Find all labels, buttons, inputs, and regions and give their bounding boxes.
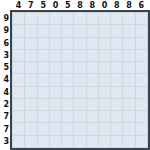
cell-r9-c1[interactable] (13, 111, 24, 122)
cell-r1-c8[interactable] (99, 13, 110, 24)
cell-r6-c9[interactable] (111, 74, 122, 85)
col-clue-8: 0 (99, 0, 110, 10)
cell-r7-c10[interactable] (123, 87, 134, 98)
cell-r10-c3[interactable] (38, 123, 49, 134)
row-clue-4: 3 (0, 50, 10, 61)
cell-r4-c5[interactable] (62, 50, 73, 61)
cell-r8-c4[interactable] (50, 99, 61, 110)
cell-r6-c6[interactable] (74, 74, 85, 85)
cell-r7-c4[interactable] (50, 87, 61, 98)
cell-r11-c8[interactable] (99, 136, 110, 147)
cell-r7-c7[interactable] (87, 87, 98, 98)
cell-r2-c8[interactable] (99, 25, 110, 36)
cell-r5-c9[interactable] (111, 62, 122, 73)
cell-r3-c7[interactable] (87, 38, 98, 49)
cell-r5-c10[interactable] (123, 62, 134, 73)
cell-r7-c8[interactable] (99, 87, 110, 98)
column-clues: 47505880886 (13, 0, 147, 10)
cell-r11-c10[interactable] (123, 136, 134, 147)
cell-r8-c3[interactable] (38, 99, 49, 110)
cell-r6-c5[interactable] (62, 74, 73, 85)
cell-r1-c4[interactable] (50, 13, 61, 24)
cell-r5-c6[interactable] (74, 62, 85, 73)
cell-r7-c11[interactable] (136, 87, 147, 98)
row-clue-9: 7 (0, 111, 10, 122)
cell-r4-c9[interactable] (111, 50, 122, 61)
cell-r10-c9[interactable] (111, 123, 122, 134)
cell-r5-c4[interactable] (50, 62, 61, 73)
col-clue-9: 8 (111, 0, 122, 10)
cell-r7-c6[interactable] (74, 87, 85, 98)
cell-r2-c9[interactable] (111, 25, 122, 36)
cell-r1-c3[interactable] (38, 13, 49, 24)
puzzle-screen: 47505880886 99635442773 (0, 0, 150, 150)
cell-r5-c7[interactable] (87, 62, 98, 73)
row-clue-10: 7 (0, 123, 10, 134)
cell-r4-c11[interactable] (136, 50, 147, 61)
cell-r11-c2[interactable] (25, 136, 36, 147)
cell-r6-c11[interactable] (136, 74, 147, 85)
cell-r11-c11[interactable] (136, 136, 147, 147)
cell-r8-c9[interactable] (111, 99, 122, 110)
cell-r1-c10[interactable] (123, 13, 134, 24)
cell-r10-c7[interactable] (87, 123, 98, 134)
cell-r10-c2[interactable] (25, 123, 36, 134)
cell-r4-c6[interactable] (74, 50, 85, 61)
cell-r3-c3[interactable] (38, 38, 49, 49)
cell-r1-c7[interactable] (87, 13, 98, 24)
cell-r11-c9[interactable] (111, 136, 122, 147)
cell-r1-c11[interactable] (136, 13, 147, 24)
cell-r3-c2[interactable] (25, 38, 36, 49)
cell-r2-c11[interactable] (136, 25, 147, 36)
cell-r3-c9[interactable] (111, 38, 122, 49)
row-clue-6: 4 (0, 74, 10, 85)
col-clue-5: 5 (62, 0, 73, 10)
cell-r11-c7[interactable] (87, 136, 98, 147)
cell-r9-c5[interactable] (62, 111, 73, 122)
cell-r10-c4[interactable] (50, 123, 61, 134)
cell-r1-c6[interactable] (74, 13, 85, 24)
cell-r11-c6[interactable] (74, 136, 85, 147)
cell-r1-c1[interactable] (13, 13, 24, 24)
cell-r10-c5[interactable] (62, 123, 73, 134)
cell-r8-c11[interactable] (136, 99, 147, 110)
cell-r5-c3[interactable] (38, 62, 49, 73)
cell-r10-c6[interactable] (74, 123, 85, 134)
row-clue-3: 6 (0, 38, 10, 49)
row-clue-7: 4 (0, 87, 10, 98)
col-clue-4: 0 (50, 0, 61, 10)
cell-r8-c7[interactable] (87, 99, 98, 110)
cell-r9-c7[interactable] (87, 111, 98, 122)
col-clue-1: 4 (13, 0, 24, 10)
cell-r2-c4[interactable] (50, 25, 61, 36)
cell-r9-c10[interactable] (123, 111, 134, 122)
cell-r6-c8[interactable] (99, 74, 110, 85)
cell-r6-c3[interactable] (38, 74, 49, 85)
cell-r4-c2[interactable] (25, 50, 36, 61)
col-clue-2: 7 (25, 0, 36, 10)
col-clue-10: 8 (123, 0, 134, 10)
cell-r9-c2[interactable] (25, 111, 36, 122)
cell-r2-c1[interactable] (13, 25, 24, 36)
cell-r10-c8[interactable] (99, 123, 110, 134)
cell-r9-c6[interactable] (74, 111, 85, 122)
cell-r11-c5[interactable] (62, 136, 73, 147)
cell-r5-c5[interactable] (62, 62, 73, 73)
cell-r3-c11[interactable] (136, 38, 147, 49)
cell-r8-c5[interactable] (62, 99, 73, 110)
cell-r4-c7[interactable] (87, 50, 98, 61)
cell-r8-c8[interactable] (99, 99, 110, 110)
cell-r7-c2[interactable] (25, 87, 36, 98)
cell-r2-c6[interactable] (74, 25, 85, 36)
col-clue-3: 5 (38, 0, 49, 10)
cell-r7-c9[interactable] (111, 87, 122, 98)
cell-r8-c10[interactable] (123, 99, 134, 110)
cell-r4-c3[interactable] (38, 50, 49, 61)
cell-r7-c1[interactable] (13, 87, 24, 98)
cell-r9-c3[interactable] (38, 111, 49, 122)
cell-r9-c8[interactable] (99, 111, 110, 122)
cell-r4-c4[interactable] (50, 50, 61, 61)
cell-r1-c5[interactable] (62, 13, 73, 24)
cell-r9-c9[interactable] (111, 111, 122, 122)
cell-r3-c4[interactable] (50, 38, 61, 49)
cell-r3-c1[interactable] (13, 38, 24, 49)
col-clue-7: 8 (87, 0, 98, 10)
cell-r6-c7[interactable] (87, 74, 98, 85)
row-clue-2: 9 (0, 25, 10, 36)
cell-r7-c3[interactable] (38, 87, 49, 98)
cell-r5-c1[interactable] (13, 62, 24, 73)
cell-r10-c11[interactable] (136, 123, 147, 134)
cell-r3-c5[interactable] (62, 38, 73, 49)
cell-r5-c11[interactable] (136, 62, 147, 73)
cell-r6-c4[interactable] (50, 74, 61, 85)
cell-r10-c1[interactable] (13, 123, 24, 134)
row-clue-8: 2 (0, 99, 10, 110)
cell-r9-c4[interactable] (50, 111, 61, 122)
cell-r2-c10[interactable] (123, 25, 134, 36)
cell-r4-c10[interactable] (123, 50, 134, 61)
cell-r1-c9[interactable] (111, 13, 122, 24)
cell-r11-c3[interactable] (38, 136, 49, 147)
cell-r3-c6[interactable] (74, 38, 85, 49)
row-clue-1: 9 (0, 13, 10, 24)
col-clue-6: 8 (74, 0, 85, 10)
cell-r2-c3[interactable] (38, 25, 49, 36)
cell-r9-c11[interactable] (136, 111, 147, 122)
cell-r2-c5[interactable] (62, 25, 73, 36)
cell-r3-c8[interactable] (99, 38, 110, 49)
row-clue-11: 3 (0, 136, 10, 147)
cell-r7-c5[interactable] (62, 87, 73, 98)
cell-r11-c1[interactable] (13, 136, 24, 147)
puzzle-board (10, 10, 150, 150)
cell-r4-c1[interactable] (13, 50, 24, 61)
cell-r2-c2[interactable] (25, 25, 36, 36)
cell-r2-c7[interactable] (87, 25, 98, 36)
cell-r5-c2[interactable] (25, 62, 36, 73)
cell-r6-c10[interactable] (123, 74, 134, 85)
cell-r4-c8[interactable] (99, 50, 110, 61)
cell-r8-c6[interactable] (74, 99, 85, 110)
cell-r6-c2[interactable] (25, 74, 36, 85)
cell-r3-c10[interactable] (123, 38, 134, 49)
row-clues: 99635442773 (0, 13, 10, 147)
cell-r6-c1[interactable] (13, 74, 24, 85)
cell-r10-c10[interactable] (123, 123, 134, 134)
row-clue-5: 5 (0, 62, 10, 73)
col-clue-11: 6 (136, 0, 147, 10)
cell-r8-c1[interactable] (13, 99, 24, 110)
cell-r5-c8[interactable] (99, 62, 110, 73)
cell-r11-c4[interactable] (50, 136, 61, 147)
cell-r1-c2[interactable] (25, 13, 36, 24)
cell-r8-c2[interactable] (25, 99, 36, 110)
